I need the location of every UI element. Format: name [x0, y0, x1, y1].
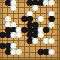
board-intersection[interactable]: [55, 55, 60, 60]
go-board[interactable]: ●●●●●●●●●●●●●●●●●●●●●●●●●●●●●●●●●●●●●●●●…: [0, 0, 60, 60]
